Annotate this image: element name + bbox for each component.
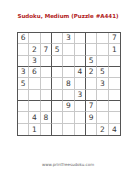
cell-r6c2 <box>29 90 40 101</box>
cell-r9c5 <box>63 124 74 135</box>
cell-r1c9: 7 <box>109 33 120 44</box>
cell-r2c3: 7 <box>41 44 52 55</box>
cell-r5c3 <box>41 78 52 89</box>
cell-r3c9 <box>109 56 120 67</box>
cell-r9c4 <box>52 124 63 135</box>
cell-r1c4 <box>52 33 63 44</box>
cell-r7c1 <box>18 101 29 112</box>
cell-r3c7: 5 <box>86 56 97 67</box>
cell-r9c7 <box>86 124 97 135</box>
cell-r1c1: 6 <box>18 33 29 44</box>
cell-r8c9 <box>109 112 120 123</box>
cell-r3c2: 3 <box>29 56 40 67</box>
cell-r8c8 <box>97 112 108 123</box>
cell-r2c7 <box>86 44 97 55</box>
cell-r5c8: 3 <box>97 78 108 89</box>
cell-r7c5: 9 <box>63 101 74 112</box>
cell-r5c7 <box>86 78 97 89</box>
cell-r6c6: 3 <box>75 90 86 101</box>
cell-r5c6 <box>75 78 86 89</box>
cell-r2c9: 1 <box>109 44 120 55</box>
cell-r7c7: 7 <box>86 101 97 112</box>
footer-url: www.printfreesudoku.com <box>0 162 136 167</box>
cell-r8c1 <box>18 112 29 123</box>
cell-r7c6 <box>75 101 86 112</box>
cell-r3c5 <box>63 56 74 67</box>
cell-r8c2: 4 <box>29 112 40 123</box>
cell-r4c2: 6 <box>29 67 40 78</box>
cell-r1c5: 3 <box>63 33 74 44</box>
cell-r6c5 <box>63 90 74 101</box>
cell-r9c6 <box>75 124 86 135</box>
cell-r2c5 <box>63 44 74 55</box>
cell-r1c6 <box>75 33 86 44</box>
cell-r4c3 <box>41 67 52 78</box>
cell-r5c4 <box>52 78 63 89</box>
cell-r4c5 <box>63 67 74 78</box>
cell-r6c1 <box>18 90 29 101</box>
cell-r3c3 <box>41 56 52 67</box>
cell-r9c1 <box>18 124 29 135</box>
cell-r8c6 <box>75 112 86 123</box>
cell-r2c1 <box>18 44 29 55</box>
cell-r4c8: 5 <box>97 67 108 78</box>
cell-r7c2 <box>29 101 40 112</box>
cell-r2c8 <box>97 44 108 55</box>
cell-r7c4 <box>52 101 63 112</box>
page: Sudoku, Medium (Puzzle #A441) 6372751353… <box>0 0 136 176</box>
cell-r4c6: 4 <box>75 67 86 78</box>
cell-r2c4: 5 <box>52 44 63 55</box>
cell-r8c7: 9 <box>86 112 97 123</box>
cell-r5c2 <box>29 78 40 89</box>
cell-r6c3 <box>41 90 52 101</box>
cell-r3c6 <box>75 56 86 67</box>
cell-r9c8: 2 <box>97 124 108 135</box>
cell-r6c4 <box>52 90 63 101</box>
cell-r9c3 <box>41 124 52 135</box>
cell-r6c7 <box>86 90 97 101</box>
cell-r8c3: 8 <box>41 112 52 123</box>
cell-r4c7: 2 <box>86 67 97 78</box>
cell-r9c9: 4 <box>109 124 120 135</box>
cell-r1c3 <box>41 33 52 44</box>
cell-r8c4 <box>52 112 63 123</box>
page-title: Sudoku, Medium (Puzzle #A441) <box>0 13 136 19</box>
cell-r1c2 <box>29 33 40 44</box>
cell-r1c8 <box>97 33 108 44</box>
cell-r5c1: 5 <box>18 78 29 89</box>
sudoku-grid: 63727513536425583397489124 <box>17 32 121 136</box>
cell-r3c8 <box>97 56 108 67</box>
cell-r2c2: 2 <box>29 44 40 55</box>
cell-r5c5: 8 <box>63 78 74 89</box>
cell-r1c7 <box>86 33 97 44</box>
cell-r7c9 <box>109 101 120 112</box>
cell-r7c3 <box>41 101 52 112</box>
cell-r9c2: 1 <box>29 124 40 135</box>
cell-r2c6 <box>75 44 86 55</box>
cell-r4c4 <box>52 67 63 78</box>
cell-r3c4 <box>52 56 63 67</box>
cell-r3c1 <box>18 56 29 67</box>
cell-r7c8 <box>97 101 108 112</box>
cell-r4c1: 3 <box>18 67 29 78</box>
cell-r6c9 <box>109 90 120 101</box>
cell-r4c9 <box>109 67 120 78</box>
cell-r6c8 <box>97 90 108 101</box>
cell-r8c5 <box>63 112 74 123</box>
cell-r5c9 <box>109 78 120 89</box>
